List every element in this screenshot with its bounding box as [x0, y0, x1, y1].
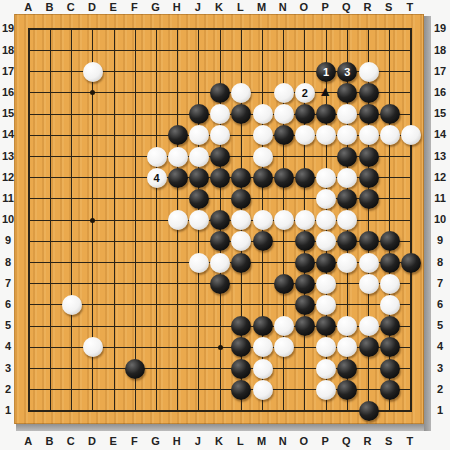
stone-Q3[interactable] [337, 359, 357, 379]
stone-J13[interactable] [189, 147, 209, 167]
stone-R15[interactable] [359, 104, 379, 124]
stone-L4[interactable] [231, 337, 251, 357]
stone-D17[interactable] [83, 62, 103, 82]
stone-L12[interactable] [231, 168, 251, 188]
stone-H12[interactable] [168, 168, 188, 188]
stone-Q2[interactable] [337, 380, 357, 400]
stone-P10[interactable] [316, 210, 336, 230]
stone-S8[interactable] [380, 253, 400, 273]
row-label-left-13: 13 [2, 150, 14, 162]
board-edge-shadow-bottom [16, 424, 424, 431]
col-label-bottom-P: P [321, 435, 328, 447]
row-label-right-4: 4 [437, 340, 443, 352]
row-label-right-11: 11 [434, 192, 446, 204]
stone-P6[interactable] [316, 295, 336, 315]
col-label-bottom-A: A [24, 435, 32, 447]
stone-Q12[interactable] [337, 168, 357, 188]
row-label-left-8: 8 [5, 256, 11, 268]
col-label-top-A: A [24, 1, 32, 13]
stone-M10[interactable] [253, 210, 273, 230]
stone-K8[interactable] [210, 253, 230, 273]
row-label-right-13: 13 [434, 150, 446, 162]
stone-L9[interactable] [231, 231, 251, 251]
stone-O6[interactable] [295, 295, 315, 315]
move-number-label: 4 [147, 168, 167, 188]
stone-K15[interactable] [210, 104, 230, 124]
stone-L11[interactable] [231, 189, 251, 209]
row-label-right-6: 6 [437, 298, 443, 310]
stone-R7[interactable] [359, 274, 379, 294]
col-label-bottom-D: D [88, 435, 96, 447]
col-label-bottom-L: L [237, 435, 244, 447]
triangle-marker: ▲ [318, 84, 332, 98]
stone-M9[interactable] [253, 231, 273, 251]
row-label-right-2: 2 [437, 383, 443, 395]
row-label-left-15: 15 [2, 107, 14, 119]
stone-N15[interactable] [274, 104, 294, 124]
stone-R16[interactable] [359, 83, 379, 103]
stone-N14[interactable] [274, 125, 294, 145]
star-point [218, 345, 223, 350]
stone-S5[interactable] [380, 316, 400, 336]
grid-line-horizontal [28, 304, 412, 305]
stone-P12[interactable] [316, 168, 336, 188]
stone-Q15[interactable] [337, 104, 357, 124]
row-label-right-15: 15 [434, 107, 446, 119]
stone-M15[interactable] [253, 104, 273, 124]
stone-T8[interactable] [401, 253, 421, 273]
col-label-top-O: O [300, 1, 309, 13]
row-label-left-16: 16 [2, 86, 14, 98]
col-label-bottom-B: B [46, 435, 54, 447]
stone-F3[interactable] [125, 359, 145, 379]
stone-Q16[interactable] [337, 83, 357, 103]
stone-D4[interactable] [83, 337, 103, 357]
stone-J11[interactable] [189, 189, 209, 209]
row-label-right-19: 19 [434, 22, 446, 34]
stone-S15[interactable] [380, 104, 400, 124]
stone-P17[interactable]: 1 [316, 62, 336, 82]
move-number-label: 2 [295, 83, 315, 103]
stone-L3[interactable] [231, 359, 251, 379]
stone-H14[interactable] [168, 125, 188, 145]
star-point [90, 218, 95, 223]
stone-G13[interactable] [147, 147, 167, 167]
star-point [90, 90, 95, 95]
stone-K16[interactable] [210, 83, 230, 103]
row-label-left-14: 14 [2, 128, 14, 140]
stone-M13[interactable] [253, 147, 273, 167]
stone-L5[interactable] [231, 316, 251, 336]
stone-S3[interactable] [380, 359, 400, 379]
stone-M3[interactable] [253, 359, 273, 379]
stone-N7[interactable] [274, 274, 294, 294]
stone-O14[interactable] [295, 125, 315, 145]
stone-P5[interactable] [316, 316, 336, 336]
stone-K7[interactable] [210, 274, 230, 294]
col-label-top-N: N [279, 1, 287, 13]
stone-R1[interactable] [359, 401, 379, 421]
col-label-top-G: G [151, 1, 160, 13]
stone-J8[interactable] [189, 253, 209, 273]
row-label-left-10: 10 [2, 213, 14, 225]
stone-L10[interactable] [231, 210, 251, 230]
stone-M12[interactable] [253, 168, 273, 188]
stone-K13[interactable] [210, 147, 230, 167]
stone-G12[interactable]: 4 [147, 168, 167, 188]
row-label-left-19: 19 [2, 22, 14, 34]
stone-P4[interactable] [316, 337, 336, 357]
col-label-top-F: F [131, 1, 138, 13]
stone-Q13[interactable] [337, 147, 357, 167]
stone-R12[interactable] [359, 168, 379, 188]
stone-S4[interactable] [380, 337, 400, 357]
go-diagram: 1324 ▲AABBCCDDEEFFGGHHJJKKLLMMNNOOPPQQRR… [0, 0, 450, 450]
stone-S14[interactable] [380, 125, 400, 145]
row-label-left-2: 2 [5, 383, 11, 395]
stone-P15[interactable] [316, 104, 336, 124]
row-label-left-7: 7 [5, 277, 11, 289]
col-label-top-L: L [237, 1, 244, 13]
stone-P7[interactable] [316, 274, 336, 294]
stone-R17[interactable] [359, 62, 379, 82]
stone-Q4[interactable] [337, 337, 357, 357]
row-label-left-3: 3 [5, 362, 11, 374]
row-label-right-16: 16 [434, 86, 446, 98]
stone-R14[interactable] [359, 125, 379, 145]
col-label-top-P: P [321, 1, 328, 13]
stone-O12[interactable] [295, 168, 315, 188]
stone-Q5[interactable] [337, 316, 357, 336]
stone-R11[interactable] [359, 189, 379, 209]
stone-C6[interactable] [62, 295, 82, 315]
stone-P14[interactable] [316, 125, 336, 145]
stone-S2[interactable] [380, 380, 400, 400]
row-label-left-17: 17 [2, 65, 14, 77]
stone-O16[interactable]: 2 [295, 83, 315, 103]
col-label-top-M: M [257, 1, 266, 13]
stone-R9[interactable] [359, 231, 379, 251]
stone-R5[interactable] [359, 316, 379, 336]
stone-K14[interactable] [210, 125, 230, 145]
board-edge-shadow-right [424, 16, 431, 431]
col-label-bottom-M: M [257, 435, 266, 447]
stone-J10[interactable] [189, 210, 209, 230]
col-label-top-D: D [88, 1, 96, 13]
stone-Q17[interactable]: 3 [337, 62, 357, 82]
col-label-bottom-G: G [151, 435, 160, 447]
stone-J14[interactable] [189, 125, 209, 145]
row-label-right-5: 5 [437, 319, 443, 331]
stone-Q8[interactable] [337, 253, 357, 273]
stone-O7[interactable] [295, 274, 315, 294]
stone-N12[interactable] [274, 168, 294, 188]
col-label-top-Q: Q [342, 1, 351, 13]
stone-Q14[interactable] [337, 125, 357, 145]
stone-M5[interactable] [253, 316, 273, 336]
col-label-bottom-T: T [407, 435, 414, 447]
stone-S9[interactable] [380, 231, 400, 251]
stone-P3[interactable] [316, 359, 336, 379]
stone-J15[interactable] [189, 104, 209, 124]
goban[interactable]: 1324 [14, 14, 424, 424]
row-label-right-18: 18 [434, 44, 446, 56]
stone-S6[interactable] [380, 295, 400, 315]
row-label-left-12: 12 [2, 171, 14, 183]
col-label-bottom-C: C [67, 435, 75, 447]
stone-J12[interactable] [189, 168, 209, 188]
col-label-bottom-O: O [300, 435, 309, 447]
grid-line-horizontal [28, 410, 412, 412]
stone-O8[interactable] [295, 253, 315, 273]
stone-P11[interactable] [316, 189, 336, 209]
col-label-bottom-J: J [195, 435, 201, 447]
col-label-bottom-F: F [131, 435, 138, 447]
row-label-right-7: 7 [437, 277, 443, 289]
stone-P2[interactable] [316, 380, 336, 400]
col-label-bottom-K: K [215, 435, 223, 447]
stone-P8[interactable] [316, 253, 336, 273]
stone-O10[interactable] [295, 210, 315, 230]
stone-M2[interactable] [253, 380, 273, 400]
row-label-right-3: 3 [437, 362, 443, 374]
grid-line-vertical [410, 28, 412, 412]
col-label-top-T: T [407, 1, 414, 13]
stone-N4[interactable] [274, 337, 294, 357]
stone-M4[interactable] [253, 337, 273, 357]
row-label-left-11: 11 [2, 192, 14, 204]
stone-M14[interactable] [253, 125, 273, 145]
row-label-left-18: 18 [2, 44, 14, 56]
col-label-top-J: J [195, 1, 201, 13]
col-label-bottom-S: S [385, 435, 392, 447]
stone-S7[interactable] [380, 274, 400, 294]
row-label-right-1: 1 [437, 404, 443, 416]
col-label-top-E: E [109, 1, 116, 13]
col-label-bottom-Q: Q [342, 435, 351, 447]
col-label-bottom-H: H [173, 435, 181, 447]
col-label-top-S: S [385, 1, 392, 13]
col-label-top-R: R [364, 1, 372, 13]
stone-O5[interactable] [295, 316, 315, 336]
col-label-bottom-N: N [279, 435, 287, 447]
stone-L2[interactable] [231, 380, 251, 400]
stone-N5[interactable] [274, 316, 294, 336]
stone-R13[interactable] [359, 147, 379, 167]
stone-K10[interactable] [210, 210, 230, 230]
stone-N10[interactable] [274, 210, 294, 230]
col-label-top-B: B [46, 1, 54, 13]
stone-Q9[interactable] [337, 231, 357, 251]
row-label-right-12: 12 [434, 171, 446, 183]
col-label-bottom-R: R [364, 435, 372, 447]
stone-N16[interactable] [274, 83, 294, 103]
col-label-top-H: H [173, 1, 181, 13]
row-label-left-6: 6 [5, 298, 11, 310]
stone-O9[interactable] [295, 231, 315, 251]
stone-H13[interactable] [168, 147, 188, 167]
row-label-right-8: 8 [437, 256, 443, 268]
stone-R8[interactable] [359, 253, 379, 273]
stone-L15[interactable] [231, 104, 251, 124]
col-label-top-C: C [67, 1, 75, 13]
stone-K12[interactable] [210, 168, 230, 188]
row-label-right-17: 17 [434, 65, 446, 77]
row-label-right-9: 9 [437, 234, 443, 246]
row-label-left-4: 4 [5, 340, 11, 352]
stone-L8[interactable] [231, 253, 251, 273]
row-label-right-10: 10 [434, 213, 446, 225]
col-label-top-K: K [215, 1, 223, 13]
stone-T14[interactable] [401, 125, 421, 145]
stone-P9[interactable] [316, 231, 336, 251]
row-label-left-1: 1 [5, 404, 11, 416]
stone-O15[interactable] [295, 104, 315, 124]
row-label-left-9: 9 [5, 234, 11, 246]
stone-Q10[interactable] [337, 210, 357, 230]
row-label-left-5: 5 [5, 319, 11, 331]
stone-Q11[interactable] [337, 189, 357, 209]
stone-R4[interactable] [359, 337, 379, 357]
stone-L16[interactable] [231, 83, 251, 103]
row-label-right-14: 14 [434, 128, 446, 140]
stone-K9[interactable] [210, 231, 230, 251]
move-number-label: 1 [316, 62, 336, 82]
move-number-label: 3 [337, 62, 357, 82]
stone-H10[interactable] [168, 210, 188, 230]
col-label-bottom-E: E [109, 435, 116, 447]
